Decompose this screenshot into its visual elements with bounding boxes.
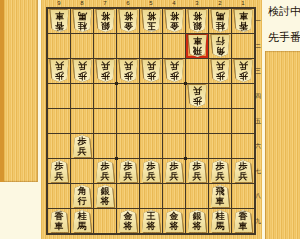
board-square[interactable]: 歩兵 bbox=[94, 159, 116, 183]
file-label: 6 bbox=[117, 0, 139, 7]
piece-gold[interactable]: 金将 bbox=[165, 10, 184, 32]
piece-pawn[interactable]: 歩兵 bbox=[119, 160, 138, 182]
rank-label: 五 bbox=[254, 109, 262, 133]
board-square[interactable] bbox=[71, 84, 93, 108]
board-square[interactable]: 歩兵 bbox=[209, 159, 231, 183]
board-square[interactable]: 金将 bbox=[117, 209, 139, 233]
turn-indicator: 先手番 bbox=[268, 30, 300, 45]
piece-pawn[interactable]: 歩兵 bbox=[50, 160, 69, 182]
rank-label: 八 bbox=[254, 184, 262, 208]
analysis-status-label: 検討中 bbox=[268, 4, 300, 19]
piece-king[interactable]: 王将 bbox=[142, 210, 161, 232]
board-square[interactable] bbox=[186, 134, 208, 158]
piece-knight[interactable]: 桂馬 bbox=[73, 210, 92, 232]
board-square[interactable] bbox=[209, 134, 231, 158]
piece-pawn[interactable]: 歩兵 bbox=[142, 160, 161, 182]
board-square[interactable] bbox=[163, 109, 185, 133]
board-square[interactable] bbox=[232, 184, 254, 208]
shogi-gui: 987654321 香車桂馬銀将金将玉将金将銀将桂馬香車飛車角行歩兵歩兵歩兵歩兵… bbox=[0, 0, 300, 239]
piece-gold[interactable]: 金将 bbox=[119, 210, 138, 232]
board-square[interactable] bbox=[48, 109, 70, 133]
file-label: 1 bbox=[232, 0, 254, 7]
rank-label: 九 bbox=[254, 209, 262, 233]
board-square[interactable]: 歩兵 bbox=[94, 59, 116, 83]
board-square[interactable] bbox=[232, 109, 254, 133]
board-square[interactable] bbox=[71, 109, 93, 133]
board-square[interactable] bbox=[71, 34, 93, 58]
file-labels: 987654321 bbox=[48, 0, 254, 7]
piece-rook[interactable]: 飛車 bbox=[188, 35, 207, 57]
board-square[interactable] bbox=[140, 184, 162, 208]
piece-pawn[interactable]: 歩兵 bbox=[165, 60, 184, 82]
piece-pawn[interactable]: 歩兵 bbox=[73, 135, 92, 157]
board-square[interactable] bbox=[94, 209, 116, 233]
piece-bishop[interactable]: 角行 bbox=[73, 185, 92, 207]
board-square[interactable]: 歩兵 bbox=[163, 159, 185, 183]
piece-knight[interactable]: 桂馬 bbox=[211, 210, 230, 232]
file-label: 2 bbox=[209, 0, 231, 7]
board-square[interactable]: 玉将 bbox=[140, 9, 162, 33]
piece-pawn[interactable]: 歩兵 bbox=[234, 60, 253, 82]
board-square[interactable]: 歩兵 bbox=[140, 159, 162, 183]
piece-pawn[interactable]: 歩兵 bbox=[96, 160, 115, 182]
rank-label: 一 bbox=[254, 9, 262, 33]
piece-rook[interactable]: 飛車 bbox=[211, 185, 230, 207]
sente-piece-stand bbox=[265, 51, 300, 239]
piece-pawn[interactable]: 歩兵 bbox=[188, 160, 207, 182]
board-square[interactable]: 銀将 bbox=[186, 9, 208, 33]
board-square[interactable]: 桂馬 bbox=[209, 209, 231, 233]
piece-knight[interactable]: 桂馬 bbox=[211, 10, 230, 32]
board-square[interactable] bbox=[232, 134, 254, 158]
piece-pawn[interactable]: 歩兵 bbox=[50, 60, 69, 82]
board-square[interactable] bbox=[186, 184, 208, 208]
board-square[interactable] bbox=[48, 84, 70, 108]
board-square[interactable]: 王将 bbox=[140, 209, 162, 233]
board-square[interactable] bbox=[140, 109, 162, 133]
board-square[interactable]: 歩兵 bbox=[48, 59, 70, 83]
board-square[interactable] bbox=[48, 34, 70, 58]
board-square[interactable]: 角行 bbox=[71, 184, 93, 208]
board-grid: 香車桂馬銀将金将玉将金将銀将桂馬香車飛車角行歩兵歩兵歩兵歩兵歩兵歩兵歩兵歩兵歩兵… bbox=[46, 7, 256, 235]
piece-silver[interactable]: 銀将 bbox=[188, 210, 207, 232]
board-square[interactable] bbox=[163, 34, 185, 58]
piece-pawn[interactable]: 歩兵 bbox=[73, 60, 92, 82]
board-square[interactable]: 金将 bbox=[163, 209, 185, 233]
piece-lance[interactable]: 香車 bbox=[50, 10, 69, 32]
board-square[interactable] bbox=[117, 134, 139, 158]
piece-pawn[interactable]: 歩兵 bbox=[211, 60, 230, 82]
file-label: 3 bbox=[186, 0, 208, 7]
board-square[interactable]: 歩兵 bbox=[209, 59, 231, 83]
board-square[interactable] bbox=[71, 159, 93, 183]
board-square[interactable] bbox=[140, 84, 162, 108]
board-square[interactable]: 歩兵 bbox=[117, 159, 139, 183]
piece-silver[interactable]: 銀将 bbox=[96, 10, 115, 32]
board-square[interactable]: 香車 bbox=[232, 9, 254, 33]
gote-piece-stand bbox=[4, 0, 38, 182]
board-square[interactable] bbox=[117, 109, 139, 133]
board-square[interactable]: 銀将 bbox=[186, 209, 208, 233]
shogi-board: 987654321 香車桂馬銀将金将玉将金将銀将桂馬香車飛車角行歩兵歩兵歩兵歩兵… bbox=[41, 0, 262, 239]
board-square[interactable] bbox=[94, 134, 116, 158]
board-square[interactable]: 飛車 bbox=[186, 34, 208, 58]
board-square[interactable]: 歩兵 bbox=[71, 134, 93, 158]
piece-silver[interactable]: 銀将 bbox=[188, 10, 207, 32]
file-label: 4 bbox=[163, 0, 185, 7]
board-square[interactable] bbox=[117, 84, 139, 108]
board-square[interactable] bbox=[163, 184, 185, 208]
board-square[interactable]: 銀将 bbox=[94, 184, 116, 208]
star-point bbox=[115, 82, 118, 85]
star-point bbox=[184, 157, 187, 160]
board-square[interactable] bbox=[48, 184, 70, 208]
star-point bbox=[115, 157, 118, 160]
board-square[interactable]: 銀将 bbox=[94, 9, 116, 33]
board-square[interactable]: 飛車 bbox=[209, 184, 231, 208]
rank-label: 二 bbox=[254, 34, 262, 58]
board-square[interactable] bbox=[209, 84, 231, 108]
board-square[interactable] bbox=[94, 84, 116, 108]
piece-pawn[interactable]: 歩兵 bbox=[211, 160, 230, 182]
board-square[interactable]: 歩兵 bbox=[163, 59, 185, 83]
board-square[interactable]: 金将 bbox=[163, 9, 185, 33]
board-square[interactable]: 桂馬 bbox=[71, 9, 93, 33]
board-square[interactable]: 歩兵 bbox=[140, 59, 162, 83]
rank-label: 三 bbox=[254, 59, 262, 83]
piece-gold[interactable]: 金将 bbox=[119, 10, 138, 32]
piece-pawn[interactable]: 歩兵 bbox=[142, 60, 161, 82]
board-square[interactable]: 歩兵 bbox=[232, 59, 254, 83]
rank-label: 四 bbox=[254, 84, 262, 108]
board-square[interactable] bbox=[163, 134, 185, 158]
board-square[interactable]: 金将 bbox=[117, 9, 139, 33]
piece-king[interactable]: 玉将 bbox=[142, 10, 161, 32]
board-square[interactable] bbox=[163, 84, 185, 108]
board-square[interactable] bbox=[94, 34, 116, 58]
piece-silver[interactable]: 銀将 bbox=[96, 185, 115, 207]
board-square[interactable]: 香車 bbox=[232, 209, 254, 233]
file-label: 8 bbox=[71, 0, 93, 7]
board-square[interactable]: 歩兵 bbox=[186, 159, 208, 183]
piece-pawn[interactable]: 歩兵 bbox=[165, 160, 184, 182]
rank-labels: 一二三四五六七八九 bbox=[254, 9, 262, 233]
board-square[interactable]: 桂馬 bbox=[209, 9, 231, 33]
board-square[interactable]: 角行 bbox=[209, 34, 231, 58]
file-label: 5 bbox=[140, 0, 162, 7]
board-square[interactable]: 歩兵 bbox=[117, 59, 139, 83]
piece-lance[interactable]: 香車 bbox=[234, 10, 253, 32]
board-square[interactable] bbox=[117, 184, 139, 208]
board-square[interactable] bbox=[232, 84, 254, 108]
rank-label: 六 bbox=[254, 134, 262, 158]
board-square[interactable] bbox=[48, 134, 70, 158]
piece-bishop[interactable]: 角行 bbox=[211, 35, 230, 57]
piece-lance[interactable]: 香車 bbox=[50, 210, 69, 232]
rank-label: 七 bbox=[254, 159, 262, 183]
board-square[interactable] bbox=[140, 134, 162, 158]
board-square[interactable] bbox=[117, 34, 139, 58]
piece-pawn[interactable]: 歩兵 bbox=[188, 85, 207, 107]
file-label: 9 bbox=[48, 0, 70, 7]
piece-gold[interactable]: 金将 bbox=[165, 210, 184, 232]
piece-lance[interactable]: 香車 bbox=[234, 210, 253, 232]
board-square[interactable] bbox=[140, 34, 162, 58]
board-square[interactable] bbox=[94, 109, 116, 133]
board-square[interactable] bbox=[232, 34, 254, 58]
board-square[interactable]: 歩兵 bbox=[232, 159, 254, 183]
board-square[interactable] bbox=[186, 59, 208, 83]
piece-pawn[interactable]: 歩兵 bbox=[96, 60, 115, 82]
piece-pawn[interactable]: 歩兵 bbox=[234, 160, 253, 182]
file-label: 7 bbox=[94, 0, 116, 7]
board-square[interactable]: 桂馬 bbox=[71, 209, 93, 233]
piece-knight[interactable]: 桂馬 bbox=[73, 10, 92, 32]
board-square[interactable]: 香車 bbox=[48, 209, 70, 233]
board-square[interactable]: 歩兵 bbox=[71, 59, 93, 83]
board-square[interactable]: 歩兵 bbox=[48, 159, 70, 183]
piece-pawn[interactable]: 歩兵 bbox=[119, 60, 138, 82]
board-square[interactable] bbox=[209, 109, 231, 133]
board-square[interactable]: 歩兵 bbox=[186, 84, 208, 108]
board-square[interactable] bbox=[186, 109, 208, 133]
star-point bbox=[184, 82, 187, 85]
board-square[interactable]: 香車 bbox=[48, 9, 70, 33]
